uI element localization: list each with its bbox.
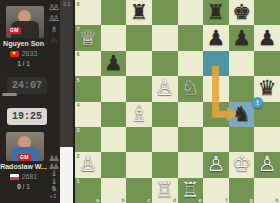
- square-b5[interactable]: [101, 76, 127, 101]
- file-label-b: b: [121, 197, 124, 203]
- gm-title-badge: GM: [18, 154, 31, 161]
- score-total-bottom: 1: [26, 183, 30, 190]
- great-move-badge: !: [252, 97, 263, 108]
- player-name-bottom[interactable]: Radoslaw W...: [0, 163, 47, 170]
- square-f8[interactable]: ♜: [203, 0, 229, 25]
- player-rating-bottom: 2681: [22, 173, 38, 180]
- file-label-f: f: [225, 197, 227, 203]
- square-e2[interactable]: [178, 152, 204, 177]
- square-e4[interactable]: [178, 102, 204, 127]
- square-g8[interactable]: ♚: [229, 0, 255, 25]
- square-a3[interactable]: 3: [75, 127, 101, 152]
- square-a2[interactable]: 2♙: [75, 152, 101, 177]
- white-piece-c4[interactable]: ♗: [126, 102, 152, 127]
- square-c6[interactable]: [126, 51, 152, 76]
- square-a6[interactable]: 6: [75, 51, 101, 76]
- square-c3[interactable]: [126, 127, 152, 152]
- square-c4[interactable]: ♗: [126, 102, 152, 127]
- square-h3[interactable]: [254, 127, 280, 152]
- square-f4[interactable]: [203, 102, 229, 127]
- square-f6[interactable]: [203, 51, 229, 76]
- player-name-top[interactable]: Nguyen Son: [0, 40, 47, 47]
- black-piece-g8[interactable]: ♚: [229, 0, 255, 25]
- vietnam-flag-icon: [10, 51, 19, 57]
- square-c7[interactable]: [126, 25, 152, 50]
- square-h8[interactable]: [254, 0, 280, 25]
- square-b3[interactable]: [101, 127, 127, 152]
- match-score-bottom: 0 / 1: [0, 183, 47, 190]
- rank-label-3: 3: [77, 127, 80, 133]
- square-g4[interactable]: ♞: [229, 102, 255, 127]
- chess-live-game-widget: GM Nguyen Son 2633 1 / 1 24:07 19:25 GM …: [0, 0, 280, 203]
- black-piece-g7[interactable]: ♟: [229, 25, 255, 50]
- square-f3[interactable]: [203, 127, 229, 152]
- player-rating-top: 2633: [22, 50, 38, 57]
- black-piece-f7[interactable]: ♟: [203, 25, 229, 50]
- square-f5[interactable]: [203, 76, 229, 101]
- square-a8[interactable]: 8: [75, 0, 101, 25]
- square-h6[interactable]: [254, 51, 280, 76]
- square-g3[interactable]: [229, 127, 255, 152]
- captured-piece-group: ♙♙: [50, 13, 56, 24]
- square-d1[interactable]: d♖: [152, 178, 178, 203]
- square-d2[interactable]: [152, 152, 178, 177]
- white-piece-g2[interactable]: ♔: [229, 152, 255, 177]
- square-e1[interactable]: e♖: [178, 178, 204, 203]
- file-label-g: g: [250, 197, 253, 203]
- black-piece-b6[interactable]: ♟: [101, 51, 127, 76]
- square-d8[interactable]: [152, 0, 178, 25]
- gm-title-badge: GM: [8, 27, 21, 34]
- chess-board[interactable]: ! 8♜♜♚7♕♟♟♟6♟5♙♘♛4♗♞32♙♙♔♙1abcd♖e♖fgh: [73, 0, 280, 203]
- square-d3[interactable]: [152, 127, 178, 152]
- material-advantage-label: +3: [45, 193, 61, 199]
- black-piece-g4[interactable]: ♞: [229, 102, 255, 127]
- square-g5[interactable]: [229, 76, 255, 101]
- rank-label-8: 8: [77, 1, 80, 7]
- clock-top-player: 24:07: [7, 77, 47, 94]
- square-h1[interactable]: h: [254, 178, 280, 203]
- file-label-h: h: [275, 197, 278, 203]
- white-piece-e5[interactable]: ♘: [178, 76, 204, 101]
- square-f7[interactable]: ♟: [203, 25, 229, 50]
- captured-pieces-top-player: ♙♙♙♙♗♘: [47, 2, 60, 46]
- captured-piece-group: ♘: [52, 35, 54, 46]
- square-b8[interactable]: [101, 0, 127, 25]
- captured-pieces-bottom-player: ♟♟♟♟♝♝♞: [47, 155, 60, 193]
- clock-bottom-player: 19:25: [7, 108, 47, 125]
- square-c5[interactable]: [126, 76, 152, 101]
- square-e6[interactable]: [178, 51, 204, 76]
- rating-row-bottom: 2681: [0, 173, 47, 180]
- evaluation-bar: 3.3: [60, 0, 73, 203]
- square-c2[interactable]: [126, 152, 152, 177]
- white-piece-h2[interactable]: ♙: [254, 152, 280, 177]
- square-f2[interactable]: ♙: [203, 152, 229, 177]
- black-piece-h7[interactable]: ♟: [254, 25, 280, 50]
- great-move-exclamation: !: [256, 98, 259, 107]
- square-c1[interactable]: c: [126, 178, 152, 203]
- black-piece-f8[interactable]: ♜: [203, 0, 229, 25]
- score-separator-bottom: /: [23, 183, 25, 190]
- square-g6[interactable]: [229, 51, 255, 76]
- captured-piece-group: ♞: [52, 185, 54, 193]
- poland-flag-icon: [10, 174, 19, 180]
- rank-label-1: 1: [77, 178, 80, 184]
- players-panel: GM Nguyen Son 2633 1 / 1 24:07 19:25 GM …: [0, 0, 47, 203]
- square-g1[interactable]: g: [229, 178, 255, 203]
- score-separator-top: /: [23, 60, 25, 67]
- rank-label-4: 4: [77, 102, 80, 108]
- square-e5[interactable]: ♘: [178, 76, 204, 101]
- file-label-a: a: [96, 197, 99, 203]
- square-d5[interactable]: ♙: [152, 76, 178, 101]
- white-piece-a2[interactable]: ♙: [75, 152, 101, 177]
- square-h2[interactable]: ♙: [254, 152, 280, 177]
- square-e7[interactable]: [178, 25, 204, 50]
- score-wins-bottom: 0: [17, 183, 21, 190]
- square-g2[interactable]: ♔: [229, 152, 255, 177]
- square-b4[interactable]: [101, 102, 127, 127]
- clock-increment-bar: [2, 93, 17, 96]
- square-d6[interactable]: [152, 51, 178, 76]
- square-b6[interactable]: ♟: [101, 51, 127, 76]
- square-a5[interactable]: 5: [75, 76, 101, 101]
- black-piece-c8[interactable]: ♜: [126, 0, 152, 25]
- square-b2[interactable]: [101, 152, 127, 177]
- white-piece-d5[interactable]: ♙: [152, 76, 178, 101]
- evaluation-bar-white-section: [60, 147, 73, 203]
- white-piece-a7[interactable]: ♕: [75, 25, 101, 50]
- square-e3[interactable]: [178, 127, 204, 152]
- square-a4[interactable]: 4: [75, 102, 101, 127]
- square-b7[interactable]: [101, 25, 127, 50]
- square-g7[interactable]: ♟: [229, 25, 255, 50]
- rating-row-top: 2633: [0, 50, 47, 57]
- score-wins-top: 1: [17, 60, 21, 67]
- white-piece-e1[interactable]: ♖: [178, 178, 204, 203]
- square-b1[interactable]: b: [101, 178, 127, 203]
- square-a7[interactable]: 7♕: [75, 25, 101, 50]
- square-d7[interactable]: [152, 25, 178, 50]
- square-h7[interactable]: ♟: [254, 25, 280, 50]
- white-piece-d1[interactable]: ♖: [152, 178, 178, 203]
- rank-label-6: 6: [77, 51, 80, 57]
- evaluation-value: 3.3: [60, 1, 73, 7]
- square-c8[interactable]: ♜: [126, 0, 152, 25]
- square-a1[interactable]: 1a: [75, 178, 101, 203]
- match-score-top: 1 / 1: [0, 60, 47, 67]
- file-label-c: c: [147, 197, 150, 203]
- square-f1[interactable]: f: [203, 178, 229, 203]
- captured-piece-group: ♗: [52, 24, 54, 35]
- rank-label-5: 5: [77, 77, 80, 83]
- score-total-top: 1: [26, 60, 30, 67]
- square-d4[interactable]: [152, 102, 178, 127]
- white-piece-f2[interactable]: ♙: [203, 152, 229, 177]
- captured-piece-group: ♙♙: [50, 2, 56, 13]
- square-e8[interactable]: [178, 0, 204, 25]
